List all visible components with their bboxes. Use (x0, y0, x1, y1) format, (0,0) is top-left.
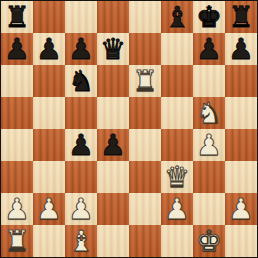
black-pawn[interactable]: ♟ (68, 33, 94, 65)
square-e6[interactable]: ♜ (129, 65, 161, 97)
white-rook[interactable]: ♜ (4, 225, 30, 257)
square-c8[interactable] (65, 1, 97, 33)
square-d6[interactable] (97, 65, 129, 97)
white-pawn[interactable]: ♟ (228, 193, 254, 225)
square-h3[interactable] (225, 161, 257, 193)
square-d7[interactable]: ♛ (97, 33, 129, 65)
black-pawn[interactable]: ♟ (100, 129, 126, 161)
square-b1[interactable] (33, 225, 65, 257)
black-pawn[interactable]: ♟ (228, 33, 254, 65)
square-g6[interactable] (193, 65, 225, 97)
chess-board: ♜♝♚♜♟♟♟♛♟♟♞♜♞♟♟♟♛♟♟♟♟♟♜♝♚ (0, 0, 258, 258)
square-f7[interactable] (161, 33, 193, 65)
square-h4[interactable] (225, 129, 257, 161)
square-d2[interactable] (97, 193, 129, 225)
white-pawn[interactable]: ♟ (36, 193, 62, 225)
square-c1[interactable]: ♝ (65, 225, 97, 257)
square-b3[interactable] (33, 161, 65, 193)
square-b2[interactable]: ♟ (33, 193, 65, 225)
white-queen[interactable]: ♛ (164, 161, 190, 193)
white-king[interactable]: ♚ (196, 225, 222, 257)
square-f5[interactable] (161, 97, 193, 129)
square-e7[interactable] (129, 33, 161, 65)
black-knight[interactable]: ♞ (68, 65, 94, 97)
square-f8[interactable]: ♝ (161, 1, 193, 33)
square-a2[interactable]: ♟ (1, 193, 33, 225)
square-d4[interactable]: ♟ (97, 129, 129, 161)
square-g7[interactable]: ♟ (193, 33, 225, 65)
square-g4[interactable]: ♟ (193, 129, 225, 161)
square-g5[interactable]: ♞ (193, 97, 225, 129)
square-e3[interactable] (129, 161, 161, 193)
square-g2[interactable] (193, 193, 225, 225)
square-a5[interactable] (1, 97, 33, 129)
square-a1[interactable]: ♜ (1, 225, 33, 257)
square-g3[interactable] (193, 161, 225, 193)
square-e4[interactable] (129, 129, 161, 161)
square-h7[interactable]: ♟ (225, 33, 257, 65)
black-king[interactable]: ♚ (196, 1, 222, 33)
square-c5[interactable] (65, 97, 97, 129)
square-f6[interactable] (161, 65, 193, 97)
square-d1[interactable] (97, 225, 129, 257)
white-bishop[interactable]: ♝ (68, 225, 94, 257)
black-pawn[interactable]: ♟ (36, 33, 62, 65)
square-f4[interactable] (161, 129, 193, 161)
square-a7[interactable]: ♟ (1, 33, 33, 65)
square-d3[interactable] (97, 161, 129, 193)
black-rook[interactable]: ♜ (4, 1, 30, 33)
white-pawn[interactable]: ♟ (4, 193, 30, 225)
black-pawn[interactable]: ♟ (4, 33, 30, 65)
square-b7[interactable]: ♟ (33, 33, 65, 65)
square-f3[interactable]: ♛ (161, 161, 193, 193)
square-e5[interactable] (129, 97, 161, 129)
black-pawn[interactable]: ♟ (196, 33, 222, 65)
black-pawn[interactable]: ♟ (68, 129, 94, 161)
black-rook[interactable]: ♜ (228, 1, 254, 33)
square-e1[interactable] (129, 225, 161, 257)
square-c3[interactable] (65, 161, 97, 193)
white-pawn[interactable]: ♟ (196, 129, 222, 161)
square-b4[interactable] (33, 129, 65, 161)
white-rook[interactable]: ♜ (132, 65, 158, 97)
square-f1[interactable] (161, 225, 193, 257)
square-c2[interactable]: ♟ (65, 193, 97, 225)
square-d5[interactable] (97, 97, 129, 129)
square-h1[interactable] (225, 225, 257, 257)
square-h2[interactable]: ♟ (225, 193, 257, 225)
white-pawn[interactable]: ♟ (164, 193, 190, 225)
square-g1[interactable]: ♚ (193, 225, 225, 257)
square-h5[interactable] (225, 97, 257, 129)
white-knight[interactable]: ♞ (196, 97, 222, 129)
square-d8[interactable] (97, 1, 129, 33)
square-a8[interactable]: ♜ (1, 1, 33, 33)
square-c6[interactable]: ♞ (65, 65, 97, 97)
square-c7[interactable]: ♟ (65, 33, 97, 65)
square-h8[interactable]: ♜ (225, 1, 257, 33)
square-e2[interactable] (129, 193, 161, 225)
square-a3[interactable] (1, 161, 33, 193)
square-b5[interactable] (33, 97, 65, 129)
black-queen[interactable]: ♛ (100, 33, 126, 65)
square-a4[interactable] (1, 129, 33, 161)
square-c4[interactable]: ♟ (65, 129, 97, 161)
square-h6[interactable] (225, 65, 257, 97)
square-e8[interactable] (129, 1, 161, 33)
white-pawn[interactable]: ♟ (68, 193, 94, 225)
square-g8[interactable]: ♚ (193, 1, 225, 33)
square-f2[interactable]: ♟ (161, 193, 193, 225)
square-a6[interactable] (1, 65, 33, 97)
black-bishop[interactable]: ♝ (164, 1, 190, 33)
square-b8[interactable] (33, 1, 65, 33)
square-b6[interactable] (33, 65, 65, 97)
